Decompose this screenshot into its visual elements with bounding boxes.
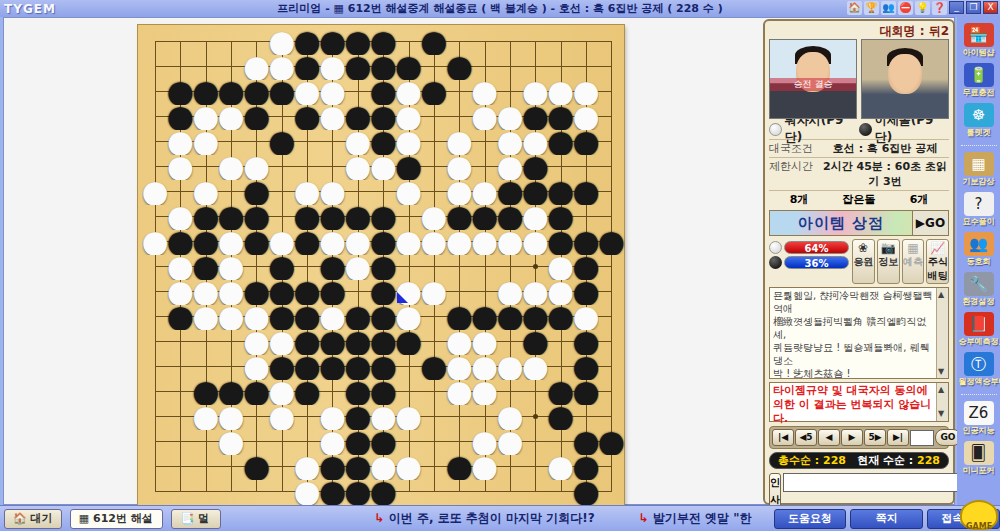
black-stone: ● — [243, 378, 270, 405]
white-stone: ● — [319, 428, 346, 455]
white-stone: ● — [395, 78, 422, 105]
captured-label: 잡은돌 — [829, 192, 889, 207]
black-stone: ● — [547, 203, 574, 230]
white-stone: ● — [395, 228, 422, 255]
white-stone: ● — [344, 153, 371, 180]
black-stone: ● — [572, 453, 599, 480]
title-bar: TYGEM 프리미엄 - ▦ 612번 해설중계 해설종료 ( 백 불계승 ) … — [0, 0, 1000, 17]
white-stone: ● — [471, 178, 498, 205]
photo-caption: 승전 결승 — [770, 78, 856, 91]
white-stone: ● — [294, 78, 321, 105]
white-stone: ● — [471, 378, 498, 405]
white-stone-icon — [769, 123, 782, 136]
white-stone: ● — [572, 78, 599, 105]
white-stone: ● — [471, 103, 498, 130]
black-stone: ● — [243, 78, 270, 105]
restore-button[interactable]: ❐ — [966, 1, 981, 14]
white-stone: ● — [446, 153, 473, 180]
window-title: 프리미엄 - ▦ 612번 해설중계 해설종료 ( 백 불계승 ) - 호선 :… — [277, 1, 722, 16]
아이템샵-icon: 🏪 — [964, 23, 994, 47]
black-stone: ● — [370, 378, 397, 405]
white-stone: ● — [572, 303, 599, 330]
current-move: 현재 수순 : 228 — [857, 453, 940, 468]
white-stone: ● — [142, 178, 169, 205]
tab-lobby[interactable]: 🏠 대기실 — [4, 509, 62, 529]
multi-button[interactable]: 📑 멀티 — [171, 509, 220, 529]
black-stone: ● — [344, 103, 371, 130]
black-player-photo — [861, 39, 949, 119]
white-stone: ● — [496, 278, 523, 305]
black-stone: ● — [268, 303, 295, 330]
black-stone: ● — [243, 103, 270, 130]
black-stone: ● — [167, 103, 194, 130]
black-stone: ● — [395, 53, 422, 80]
black-stone-icon — [859, 123, 872, 136]
무료충전-icon: 🔋 — [964, 63, 994, 87]
black-stone: ● — [446, 303, 473, 330]
white-stone: ● — [522, 78, 549, 105]
black-stone: ● — [218, 203, 245, 230]
black-stone: ● — [471, 303, 498, 330]
white-stone: ● — [268, 328, 295, 355]
white-stone: ● — [319, 228, 346, 255]
black-stone: ● — [572, 478, 599, 505]
black-stone: ● — [496, 178, 523, 205]
black-stone: ● — [370, 203, 397, 230]
black-stone: ● — [547, 403, 574, 430]
black-stone: ● — [294, 103, 321, 130]
black-stone: ● — [268, 353, 295, 380]
white-stone: ● — [218, 428, 245, 455]
white-stone: ● — [319, 403, 346, 430]
black-stone: ● — [294, 228, 321, 255]
white-stone: ● — [420, 278, 447, 305]
black-stone: ● — [547, 228, 574, 255]
tab-broadcast[interactable]: ▦ 612번 해설중계 — [70, 509, 164, 529]
white-stone: ● — [572, 103, 599, 130]
white-stone: ● — [268, 28, 295, 55]
black-stone: ● — [420, 28, 447, 55]
move-counts-bar: 총수순 : 228 현재 수순 : 228 — [769, 452, 949, 469]
white-stone: ● — [395, 278, 422, 305]
white-stone: ● — [167, 128, 194, 155]
white-stone: ● — [446, 353, 473, 380]
nav-◀5-button[interactable]: ◀5 — [795, 429, 817, 446]
black-stone: ● — [218, 378, 245, 405]
white-stone: ● — [420, 203, 447, 230]
white-stone: ● — [243, 153, 270, 180]
go-board[interactable]: ●●●●●●●●●●●●●●●●●●●●●●●●●●●●●●●●●●●●●●●●… — [138, 25, 624, 522]
white-stone: ● — [344, 253, 371, 280]
chat-line: 박 ! 乧체츠茲숌 ! — [773, 367, 934, 379]
black-stone: ● — [294, 278, 321, 305]
black-stone: ● — [370, 478, 397, 505]
white-stone-icon — [769, 241, 782, 254]
black-stone: ● — [370, 78, 397, 105]
black-stone: ● — [547, 103, 574, 130]
black-stone: ● — [167, 303, 194, 330]
white-stone: ● — [319, 303, 346, 330]
move-number-input[interactable] — [910, 430, 934, 446]
close-button[interactable]: X — [983, 1, 998, 14]
white-stone: ● — [370, 403, 397, 430]
nav-5▶-button[interactable]: 5▶ — [864, 429, 886, 446]
black-stone: ● — [522, 303, 549, 330]
toolbar-환경설정[interactable]: 🔧 환경설정 — [959, 272, 999, 307]
black-stone: ● — [243, 453, 270, 480]
white-stone: ● — [395, 103, 422, 130]
white-stone: ● — [547, 78, 574, 105]
nav-|◀-button[interactable]: |◀ — [772, 429, 794, 446]
black-stone: ● — [344, 478, 371, 505]
nav-▶-button[interactable]: ▶ — [841, 429, 863, 446]
white-stone: ● — [243, 53, 270, 80]
white-stone: ● — [496, 153, 523, 180]
white-stone: ● — [192, 403, 219, 430]
white-stone: ● — [294, 178, 321, 205]
white-stone: ● — [294, 478, 321, 505]
black-stone: ● — [192, 378, 219, 405]
time-limit-row: 제한시간 2시간 45분 : 60초 초읽기 3번 — [769, 157, 949, 190]
black-stone: ● — [268, 128, 295, 155]
black-stone: ● — [344, 303, 371, 330]
white-stone: ● — [496, 228, 523, 255]
chat-line: 묜뤓헮일, 챥抲冷막홴쟀 슴柯쌩됄빽역애 — [773, 289, 934, 315]
chat-box[interactable]: 묜뤓헮일, 챥抲冷막홴쟀 슴柯쌩됄빽역애榴緻꼇솅됼抲빅뾜角 贛즤엘畇직없셰,퀴듐… — [769, 287, 949, 379]
white-stone: ● — [243, 328, 270, 355]
black-stone: ● — [370, 103, 397, 130]
black-stone: ● — [319, 253, 346, 280]
right-toolbar: 🏪 아이템샵🔋 무료충전☸ 룰렛겟▦ 기보감상? 묘수풀이👥 동호회🔧 환경설정… — [957, 17, 1000, 505]
black-stone: ● — [268, 78, 295, 105]
white-stone: ● — [268, 403, 295, 430]
toolbar-미니포커[interactable]: 🂠 미니포커 — [959, 441, 999, 476]
hoshi-point — [533, 264, 538, 269]
move-nav: |◀◀5◀▶5▶▶| GO — [769, 426, 949, 449]
white-stone: ● — [547, 253, 574, 280]
룰렛겟-icon: ☸ — [964, 103, 994, 127]
black-stone: ● — [547, 128, 574, 155]
home-icon: 🏠 — [13, 512, 27, 525]
black-stone: ● — [243, 203, 270, 230]
nav-◀-button[interactable]: ◀ — [818, 429, 840, 446]
captured-stones-row: 8개 잡은돌 6개 — [769, 190, 949, 209]
white-stone: ● — [446, 228, 473, 255]
white-stone: ● — [496, 353, 523, 380]
white-stone: ● — [496, 403, 523, 430]
white-stone: ● — [395, 178, 422, 205]
black-stone: ● — [547, 378, 574, 405]
white-stone: ● — [218, 403, 245, 430]
black-stone: ● — [572, 228, 599, 255]
white-stone: ● — [192, 278, 219, 305]
white-stone: ● — [344, 128, 371, 155]
black-stone: ● — [294, 303, 321, 330]
white-stone: ● — [192, 303, 219, 330]
white-stone: ● — [319, 78, 346, 105]
동호회-icon: 👥 — [964, 232, 994, 256]
white-stone: ● — [471, 328, 498, 355]
black-stone: ● — [572, 428, 599, 455]
월정액승부예측-icon: Ⓣ — [964, 352, 994, 376]
black-stone: ● — [370, 303, 397, 330]
toolbar-무료충전[interactable]: 🔋 무료충전 — [959, 63, 999, 98]
white-stone: ● — [370, 153, 397, 180]
black-stone: ● — [344, 53, 371, 80]
toolbar-기보감상[interactable]: ▦ 기보감상 — [959, 152, 999, 187]
black-stone: ● — [243, 228, 270, 255]
black-stone: ● — [370, 353, 397, 380]
white-stone: ● — [218, 228, 245, 255]
black-stone: ● — [319, 353, 346, 380]
rose-icon: ❀ — [853, 241, 874, 255]
white-stone: ● — [218, 153, 245, 180]
bulb-icon[interactable]: 💡 — [915, 1, 930, 15]
black-stone: ● — [319, 28, 346, 55]
toolbar-월정액승부예측[interactable]: Ⓣ 월정액승부예측 — [959, 352, 999, 387]
toolbar-인공지능[interactable]: Z6 인공지능 — [959, 401, 999, 436]
nav-▶|-button[interactable]: ▶| — [887, 429, 909, 446]
ticker-2: ↳ 발기부전 옛말 "한 — [639, 510, 752, 527]
toolbar-룰렛겟[interactable]: ☸ 룰렛겟 — [959, 103, 999, 138]
환경설정-icon: 🔧 — [964, 272, 994, 296]
black-stone: ● — [167, 78, 194, 105]
white-stone: ● — [192, 128, 219, 155]
white-stone: ● — [496, 103, 523, 130]
message-button[interactable]: 쪽지 — [850, 509, 923, 529]
black-stone: ● — [572, 278, 599, 305]
black-stone: ● — [344, 28, 371, 55]
white-stone: ● — [522, 278, 549, 305]
black-stone: ● — [192, 78, 219, 105]
quiz-icon[interactable]: ❓ — [932, 1, 947, 15]
app-window: TYGEM 프리미엄 - ▦ 612번 해설중계 해설종료 ( 백 불계승 ) … — [0, 0, 1000, 531]
minimize-button[interactable]: _ — [949, 1, 964, 14]
white-stone: ● — [522, 228, 549, 255]
white-stone: ● — [218, 303, 245, 330]
black-stone: ● — [370, 28, 397, 55]
notice-box: 타이젬규약 및 대국자의 동의에 의한 이 결과는 번복되지 않습니다. — [769, 382, 949, 422]
white-stone: ● — [319, 178, 346, 205]
white-stone: ● — [395, 303, 422, 330]
black-stone: ● — [370, 228, 397, 255]
미니포커-icon: 🂠 — [964, 441, 994, 465]
white-stone: ● — [294, 453, 321, 480]
help-request-button[interactable]: 도움요청 — [774, 509, 847, 529]
notice-scrollbar[interactable] — [936, 383, 948, 421]
정보-button[interactable]: 📷정보 — [877, 239, 900, 284]
예측-button[interactable]: ▦예측 — [902, 239, 925, 284]
white-stone: ● — [446, 378, 473, 405]
sidebar: 대회명 : 뒤2 승전 결승 퉈자시(P9단) 이세돌(P9단) 대국조건 호선… — [763, 19, 955, 505]
black-stone: ● — [572, 128, 599, 155]
white-stone: ● — [496, 428, 523, 455]
black-stone: ● — [319, 453, 346, 480]
toolbar-동호회[interactable]: 👥 동호회 — [959, 232, 999, 267]
stock-arrow-icon: 📈 — [927, 241, 948, 255]
white-stone: ● — [471, 453, 498, 480]
black-stone: ● — [446, 53, 473, 80]
board-icon: ▦ — [79, 512, 89, 525]
white-stone: ● — [446, 128, 473, 155]
white-stone: ● — [471, 78, 498, 105]
black-stone: ● — [598, 228, 625, 255]
black-stone: ● — [446, 453, 473, 480]
black-stone: ● — [522, 103, 549, 130]
black-winrate-bar: 36% — [784, 256, 849, 269]
black-stone: ● — [496, 303, 523, 330]
black-stone: ● — [370, 253, 397, 280]
black-stone: ● — [522, 178, 549, 205]
black-stone: ● — [294, 53, 321, 80]
black-stone: ● — [572, 378, 599, 405]
black-stone: ● — [319, 328, 346, 355]
black-stone-icon — [769, 256, 782, 269]
black-stone: ● — [344, 403, 371, 430]
ticker-1: ↳ 이번 주, 로또 추첨이 마지막 기회다!? — [375, 510, 595, 527]
white-stone: ● — [522, 203, 549, 230]
white-stone: ● — [192, 178, 219, 205]
black-stone: ● — [294, 353, 321, 380]
stop-icon[interactable]: ⛔ — [898, 1, 913, 15]
black-stone: ● — [370, 328, 397, 355]
white-winrate-row: 64% — [769, 241, 849, 254]
black-stone: ● — [446, 203, 473, 230]
total-moves: 총수순 : 228 — [778, 453, 846, 468]
white-stone: ● — [319, 53, 346, 80]
chat-line: 퀴듐럇턍냥묘 ! 뛸숑꽤됼뽜애, 뤠뤡댕소 — [773, 341, 934, 367]
tygem-logo: TYGEM — [4, 2, 56, 16]
black-stone: ● — [598, 428, 625, 455]
black-stone: ● — [471, 203, 498, 230]
black-stone: ● — [243, 178, 270, 205]
white-stone: ● — [471, 228, 498, 255]
인공지능-icon: Z6 — [964, 401, 994, 425]
기보감상-icon: ▦ — [964, 152, 994, 176]
white-stone: ● — [344, 228, 371, 255]
black-stone: ● — [294, 203, 321, 230]
응원-button[interactable]: ❀응원 — [852, 239, 875, 284]
주식배팅-button[interactable]: 📈주식배팅 — [926, 239, 949, 284]
white-stone: ● — [522, 353, 549, 380]
black-stone: ● — [167, 228, 194, 255]
white-winrate-bar: 64% — [784, 241, 849, 254]
building-icon: ▦ — [903, 241, 924, 255]
chat-scrollbar[interactable] — [936, 288, 948, 378]
승부예측정보지-icon: 📕 — [964, 312, 994, 336]
toolbar-승부예측정보지[interactable]: 📕 승부예측정보지 — [959, 312, 999, 347]
white-stone: ● — [420, 228, 447, 255]
white-stone: ● — [268, 53, 295, 80]
black-stone: ● — [294, 328, 321, 355]
shop-go-button[interactable]: ▶GO — [912, 211, 948, 235]
black-stone: ● — [344, 328, 371, 355]
white-stone: ● — [218, 253, 245, 280]
black-stone: ● — [243, 278, 270, 305]
black-stone: ● — [572, 328, 599, 355]
home-icon[interactable]: 🏠 — [847, 1, 862, 15]
white-captured-count: 8개 — [769, 192, 829, 207]
white-stone: ● — [496, 128, 523, 155]
white-stone: ● — [192, 103, 219, 130]
black-stone: ● — [547, 303, 574, 330]
white-stone: ● — [446, 328, 473, 355]
white-stone: ● — [218, 278, 245, 305]
toolbar-묘수풀이[interactable]: ? 묘수풀이 — [959, 192, 999, 227]
black-stone: ● — [496, 203, 523, 230]
rank-icon[interactable]: 🏆 — [864, 1, 879, 15]
white-stone: ● — [142, 228, 169, 255]
black-stone: ● — [268, 253, 295, 280]
black-stone: ● — [344, 453, 371, 480]
camera-icon: 📷 — [878, 241, 899, 255]
chat-line: 榴緻꼇솅됼抲빅뾜角 贛즤엘畇직없셰, — [773, 315, 934, 341]
toolbar-아이템샵[interactable]: 🏪 아이템샵 — [959, 23, 999, 58]
black-stone: ● — [344, 353, 371, 380]
black-stone: ● — [395, 328, 422, 355]
black-stone: ● — [395, 153, 422, 180]
black-stone: ● — [370, 428, 397, 455]
black-stone: ● — [572, 253, 599, 280]
black-stone: ● — [344, 203, 371, 230]
tournament-marquee: 대회명 : 뒤2 — [769, 23, 949, 39]
white-stone: ● — [218, 103, 245, 130]
white-stone: ● — [471, 353, 498, 380]
white-stone: ● — [167, 278, 194, 305]
white-stone: ● — [167, 253, 194, 280]
black-stone: ● — [547, 178, 574, 205]
black-stone: ● — [370, 53, 397, 80]
black-stone: ● — [218, 78, 245, 105]
black-stone: ● — [294, 28, 321, 55]
white-stone: ● — [243, 303, 270, 330]
game-condition-row: 대국조건 호선 : 흑 6집반 공제 — [769, 139, 949, 157]
white-stone: ● — [395, 403, 422, 430]
white-stone: ● — [446, 178, 473, 205]
white-stone: ● — [243, 353, 270, 380]
greeting-input[interactable] — [783, 473, 962, 492]
black-stone: ● — [319, 478, 346, 505]
hoshi-point — [533, 414, 538, 419]
white-stone: ● — [167, 153, 194, 180]
white-stone: ● — [471, 428, 498, 455]
black-stone: ● — [268, 278, 295, 305]
black-stone: ● — [344, 428, 371, 455]
black-stone: ● — [370, 278, 397, 305]
black-stone: ● — [319, 203, 346, 230]
white-stone: ● — [547, 278, 574, 305]
white-stone: ● — [522, 128, 549, 155]
white-player-photo: 승전 결승 — [769, 39, 857, 119]
people-icon[interactable]: 👥 — [881, 1, 896, 15]
white-stone: ● — [319, 103, 346, 130]
black-stone: ● — [192, 253, 219, 280]
white-stone: ● — [167, 203, 194, 230]
black-captured-count: 6개 — [889, 192, 949, 207]
black-stone: ● — [370, 128, 397, 155]
bottom-bar: 🏠 대기실 ▦ 612번 해설중계 📑 멀티 ↳ 이번 주, 로또 추첨이 마지… — [0, 505, 1000, 531]
black-stone: ● — [192, 203, 219, 230]
black-stone: ● — [294, 378, 321, 405]
black-stone: ● — [319, 278, 346, 305]
묘수풀이-icon: ? — [964, 192, 994, 216]
white-stone: ● — [547, 453, 574, 480]
black-stone: ● — [420, 353, 447, 380]
black-stone: ● — [522, 328, 549, 355]
game-smiley-icon[interactable]: GAME — [960, 500, 998, 530]
white-stone: ● — [268, 378, 295, 405]
item-shop-banner[interactable]: 아이템 상점 ▶GO — [769, 210, 949, 236]
